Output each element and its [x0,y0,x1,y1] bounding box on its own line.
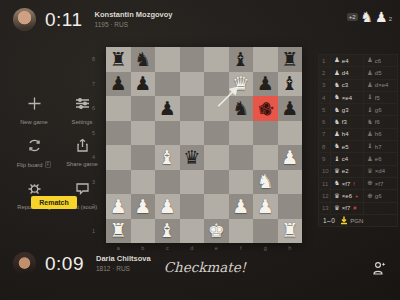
square-a5[interactable] [106,121,131,146]
piece-black-bishop[interactable]: ♝ [229,47,254,72]
move-number: 1 [319,55,330,66]
white-move[interactable]: ♛×f7# [330,203,363,214]
white-move[interactable]: ♞×f7! [330,178,363,189]
move-number: 9 [319,153,330,164]
square-d8[interactable] [180,47,205,72]
move-piece-icon: ♞ [334,180,340,187]
file-label: h [278,245,303,251]
top-player-name: Konstantin Mozgovoy [95,10,173,19]
move-text: ×d4 [375,168,385,174]
square-a2[interactable]: ♟ [106,194,131,219]
move-piece-icon: ♟ [367,70,373,77]
piece-black-pawn[interactable]: ♟ [155,96,180,121]
square-a7[interactable]: ♟ [106,72,131,97]
share-icon [75,138,90,157]
square-e6[interactable] [204,96,229,121]
square-e4[interactable] [204,145,229,170]
black-move[interactable]: ♝h7 [363,141,399,152]
square-e7[interactable] [204,72,229,97]
square-e8[interactable] [204,47,229,72]
move-number: 10 [319,166,330,177]
rank-label: 4 [92,154,95,160]
move-text: d×e4 [375,82,389,88]
black-move[interactable]: ♟e6 [363,153,399,164]
square-g3[interactable]: ♞ [253,170,278,195]
white-move[interactable]: ♛e2 [330,166,363,177]
move-text: c6 [375,58,381,64]
move-row-1[interactable]: 1♟e4♟c6 [319,55,397,67]
move-text: c4 [342,156,348,162]
move-piece-icon: ♝ [367,107,373,114]
piece-white-knight[interactable]: ♞ [253,170,278,195]
square-c3[interactable] [155,170,180,195]
rank-label: 5 [92,130,95,136]
move-piece-icon: ♛ [367,168,373,175]
move-piece-icon: ♞ [334,143,340,150]
white-move[interactable]: ♞c3 [330,80,363,91]
move-text: ×e4 [342,95,352,101]
pgn-label: PGN [350,218,363,224]
move-piece-icon: ♞ [334,82,340,89]
square-d3[interactable] [180,170,205,195]
move-row-4[interactable]: 4♞×e4♝f5 [319,92,397,104]
move-row-7[interactable]: 7♟h4♟h6 [319,129,397,141]
square-a3[interactable] [106,170,131,195]
white-move[interactable]: ♞×e4 [330,92,363,103]
plus-icon [27,96,42,115]
move-annotation: + [355,193,358,199]
square-g2[interactable]: ♟ [253,194,278,219]
black-move[interactable]: ♟c6 [363,55,399,66]
square-h5[interactable] [278,121,303,146]
move-row-8[interactable]: 8♞e5♝h7 [319,141,397,153]
piece-white-pawn[interactable]: ♟ [229,194,254,219]
square-h7[interactable]: ♝ [278,72,303,97]
move-annotation: ! [353,181,355,187]
square-b8[interactable]: ♞ [131,47,156,72]
piece-black-pawn[interactable]: ♟ [106,72,131,97]
piece-black-pawn[interactable]: ♟ [253,72,278,97]
piece-white-rook[interactable]: ♜ [106,219,131,244]
sidebar-item-label: Settings [72,119,93,125]
piece-white-pawn[interactable]: ♟ [155,194,180,219]
move-text: g3 [342,107,349,113]
challenge-player-button[interactable] [372,260,386,280]
move-piece-icon: ♞ [334,119,340,126]
move-text: f5 [375,95,380,101]
move-row-10[interactable]: 10♛e2♛×d4 [319,166,397,178]
pgn-download-button[interactable]: PGN [340,216,363,225]
piece-white-king[interactable]: ♚ [204,219,229,244]
game-status-text: Checkmate! [140,259,270,275]
square-d1[interactable] [180,219,205,244]
move-row-9[interactable]: 9♝c4♟e6 [319,153,397,165]
bottom-player-rating: 1812 · RUS [96,265,151,273]
move-number: 11 [319,178,330,189]
piece-black-knight[interactable]: ♞ [229,96,254,121]
download-icon [340,216,348,225]
move-piece-icon: ♟ [334,131,340,138]
result-row: 1–0PGN [319,215,397,228]
square-f1[interactable] [229,219,254,244]
white-move[interactable]: ♛×e6+ [330,190,363,201]
black-move[interactable]: ♚×f7 [363,178,399,189]
sidebar: New gameSettingsFlip boardFShare gameRep… [12,96,104,210]
captured-pawn-icon: ♟ [375,10,388,24]
move-annotation: # [353,205,356,211]
move-piece-icon: ♝ [367,143,373,150]
square-h2[interactable] [278,194,303,219]
sidebar-item-new-game[interactable]: New game [12,96,56,125]
piece-black-king[interactable]: ♚ [252,95,280,123]
top-player: 0:11 Konstantin Mozgovoy 1195 · RUS [13,8,173,31]
move-number: 12 [319,190,330,201]
move-number: 6 [319,116,330,127]
square-d4[interactable]: ♛ [180,145,205,170]
square-f3[interactable] [229,170,254,195]
square-b2[interactable]: ♟ [131,194,156,219]
piece-black-pawn[interactable]: ♟ [131,72,156,97]
move-piece-icon: ♚ [367,180,373,187]
move-text: g6 [375,193,382,199]
white-move[interactable]: ♟d4 [330,67,363,78]
move-row-13[interactable]: 13♛×f7# [319,203,397,215]
move-row-11[interactable]: 11♞×f7!♚×f7 [319,178,397,190]
move-number: 5 [319,104,330,115]
square-b7[interactable]: ♟ [131,72,156,97]
move-piece-icon: ♝ [334,156,340,163]
chess-board[interactable]: ♜♞♝♜♟♟♛♟♝♟♞♚♟♝♛♟♞♟♟♟♟♟♜♝♚♜ [106,47,302,243]
file-label: d [180,245,205,251]
square-f2[interactable]: ♟ [229,194,254,219]
black-move[interactable] [363,203,399,214]
piece-black-pawn[interactable]: ♟ [278,96,303,121]
square-h1[interactable]: ♜ [278,219,303,244]
sidebar-item-flip-board[interactable]: Flip boardF [12,138,56,168]
square-d7[interactable] [180,72,205,97]
sidebar-item-label: Share game [66,161,98,167]
piece-black-knight[interactable]: ♞ [131,47,156,72]
sliders-icon [75,96,90,115]
black-move[interactable]: ♝f5 [363,92,399,103]
square-h3[interactable] [278,170,303,195]
captured-knight-icon: ♞ [361,10,374,24]
square-c7[interactable] [155,72,180,97]
move-piece-icon: ♟ [367,82,373,89]
square-g4[interactable] [253,145,278,170]
white-move[interactable]: ♞g3 [330,104,363,115]
square-c2[interactable]: ♟ [155,194,180,219]
piece-white-queen[interactable]: ♛ [229,72,254,97]
move-text: ×e6 [342,193,352,199]
bottom-player-avatar [13,252,36,275]
move-text: e5 [342,144,349,150]
rank-label: 8 [92,56,95,62]
square-e3[interactable] [204,170,229,195]
bottom-player: 0:09 Daria Chiltsova 1812 · RUS [13,252,151,275]
move-text: e2 [342,168,349,174]
black-move[interactable]: ♞f6 [363,116,399,127]
square-b1[interactable] [131,219,156,244]
square-h4[interactable]: ♟ [278,145,303,170]
file-label: g [253,245,278,251]
square-b3[interactable] [131,170,156,195]
move-piece-icon: ♞ [334,94,340,101]
square-a8[interactable]: ♜ [106,47,131,72]
square-g7[interactable]: ♟ [253,72,278,97]
move-list: 1♟e4♟c62♟d4♟d53♞c3♟d×e44♞×e4♝f55♞g3♝g66♞… [318,54,398,227]
move-piece-icon: ♟ [367,131,373,138]
file-labels: abcdefgh [106,245,302,251]
square-c5[interactable] [155,121,180,146]
square-e2[interactable] [204,194,229,219]
move-number: 2 [319,67,330,78]
sidebar-item-label: New game [20,119,48,125]
white-move[interactable]: ♞f3 [330,116,363,127]
move-piece-icon: ♟ [334,57,340,64]
square-c1[interactable]: ♝ [155,219,180,244]
move-piece-icon: ♟ [334,70,340,77]
move-piece-icon: ♞ [367,119,373,126]
move-text: f3 [342,119,347,125]
move-piece-icon: ♝ [367,94,373,101]
black-move[interactable]: ♟h6 [363,129,399,140]
file-label: c [155,245,180,251]
game-result: 1–0 [323,217,335,224]
file-label: a [106,245,131,251]
piece-black-bishop[interactable]: ♝ [278,72,303,97]
square-b6[interactable] [131,96,156,121]
square-f6[interactable]: ♞ [229,96,254,121]
rank-label: 7 [92,81,95,87]
move-text: d5 [375,70,382,76]
square-d2[interactable] [180,194,205,219]
piece-white-pawn[interactable]: ♟ [131,194,156,219]
white-move[interactable]: ♟h4 [330,129,363,140]
white-move[interactable]: ♟e4 [330,55,363,66]
move-text: d4 [342,70,349,76]
top-player-rating: 1195 · RUS [95,21,173,29]
piece-white-pawn[interactable]: ♟ [253,194,278,219]
square-b4[interactable] [131,145,156,170]
move-piece-icon: ♛ [334,205,340,212]
move-piece-icon: ♟ [367,156,373,163]
sidebar-item-share-game[interactable]: Share game [60,138,104,168]
square-h8[interactable]: ♜ [278,47,303,72]
move-text: h7 [375,144,382,150]
move-row-5[interactable]: 5♞g3♝g6 [319,104,397,116]
piece-black-queen[interactable]: ♛ [180,145,205,170]
square-g6[interactable]: ♚ [253,96,278,121]
move-text: h4 [342,131,349,137]
square-a1[interactable]: ♜ [106,219,131,244]
black-move[interactable]: ♚g6 [363,190,399,201]
move-row-6[interactable]: 6♞f3♞f6 [319,116,397,128]
square-f4[interactable] [229,145,254,170]
move-text: e6 [375,156,382,162]
move-piece-icon: ♛ [334,168,340,175]
top-player-avatar [13,8,36,31]
piece-white-pawn[interactable]: ♟ [278,145,303,170]
black-move[interactable]: ♟d5 [363,67,399,78]
square-e1[interactable]: ♚ [204,219,229,244]
rank-label: 1 [92,228,95,234]
square-g5[interactable] [253,121,278,146]
piece-white-bishop[interactable]: ♝ [155,219,180,244]
piece-black-rook[interactable]: ♜ [106,47,131,72]
square-b5[interactable] [131,121,156,146]
piece-white-rook[interactable]: ♜ [278,219,303,244]
move-text: f6 [375,119,380,125]
move-text: ×f7 [342,181,351,187]
move-number: 4 [319,92,330,103]
move-text: e4 [342,58,349,64]
square-g8[interactable] [253,47,278,72]
file-label: e [204,245,229,251]
black-move[interactable]: ♝g6 [363,104,399,115]
file-label: b [131,245,156,251]
top-player-clock: 0:11 [45,9,83,31]
move-row-12[interactable]: 12♛×e6+♚g6 [319,190,397,202]
move-text: g6 [375,107,382,113]
captured-pieces-tray: +2 ♞♟2 [347,10,392,24]
chess-board-area: 87654321 ♜♞♝♜♟♟♛♟♝♟♞♚♟♝♛♟♞♟♟♟♟♟♜♝♚♜ abcd… [106,47,302,243]
move-number: 13 [319,203,330,214]
move-piece-icon: ♟ [367,57,373,64]
piece-white-pawn[interactable]: ♟ [106,194,131,219]
square-f8[interactable]: ♝ [229,47,254,72]
move-number: 3 [319,80,330,91]
square-e5[interactable] [204,121,229,146]
square-c4[interactable]: ♝ [155,145,180,170]
square-d6[interactable] [180,96,205,121]
square-a4[interactable] [106,145,131,170]
white-move[interactable]: ♝c4 [330,153,363,164]
player-with-sparkle-icon [372,260,386,276]
shortcut-key-hint: F [45,161,52,168]
flip-icon [27,138,42,157]
white-move[interactable]: ♞e5 [330,141,363,152]
move-piece-icon: ♚ [367,193,373,200]
rank-label: 6 [92,105,95,111]
move-text: h6 [375,131,382,137]
move-piece-icon: ♛ [334,193,340,200]
sidebar-item-settings[interactable]: Settings [60,96,104,125]
square-c6[interactable]: ♟ [155,96,180,121]
captured-pawn-count: 2 [389,16,392,24]
move-text: ×f7 [342,205,351,211]
move-text: c3 [342,82,348,88]
square-f5[interactable] [229,121,254,146]
black-move[interactable]: ♟d×e4 [363,80,399,91]
black-move[interactable]: ♛×d4 [363,166,399,177]
square-a6[interactable] [106,96,131,121]
square-c8[interactable] [155,47,180,72]
square-d5[interactable] [180,121,205,146]
bottom-player-clock: 0:09 [45,253,84,275]
rank-label: 3 [92,179,95,185]
file-label: f [229,245,254,251]
move-piece-icon: ♞ [334,107,340,114]
square-g1[interactable] [253,219,278,244]
move-number: 8 [319,141,330,152]
move-text: ×f7 [375,181,384,187]
square-h6[interactable]: ♟ [278,96,303,121]
move-number: 7 [319,129,330,140]
move-row-3[interactable]: 3♞c3♟d×e4 [319,80,397,92]
piece-black-rook[interactable]: ♜ [278,47,303,72]
rematch-button[interactable]: Rematch [31,196,77,209]
piece-white-bishop[interactable]: ♝ [155,145,180,170]
sidebar-item-label: Flip boardF [17,161,52,168]
rank-label: 2 [92,203,95,209]
bottom-player-name: Daria Chiltsova [96,254,151,263]
material-advantage-badge: +2 [347,13,358,21]
move-row-2[interactable]: 2♟d4♟d5 [319,67,397,79]
square-f7[interactable]: ♛ [229,72,254,97]
